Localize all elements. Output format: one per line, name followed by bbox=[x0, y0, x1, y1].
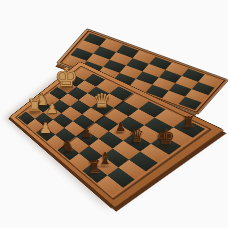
piece-white-rook-a2: ♜ bbox=[27, 97, 42, 114]
piece-white-pawn-b3: ♟ bbox=[46, 101, 58, 114]
piece-black-rook-h8: ♜ bbox=[182, 115, 195, 130]
piece-black-queen-g5: ♛ bbox=[129, 127, 144, 144]
piece-black-knight-e1: ♞ bbox=[61, 138, 74, 153]
piece-black-rook-g1: ♜ bbox=[87, 159, 101, 175]
piece-white-queen-d6: ♛ bbox=[93, 91, 110, 110]
piece-black-pawn-e3: ♟ bbox=[81, 126, 93, 139]
piece-black-king-h6: ♚ bbox=[156, 126, 175, 147]
piece-white-pawn-c1: ♟ bbox=[39, 121, 52, 135]
piece-white-king-a6: ♚ bbox=[55, 64, 78, 90]
piece-black-pawn-f5: ♟ bbox=[115, 121, 126, 133]
chess-set-product-photo: ♜♞♚♟♟♛♟♞♜♝♟♛♚♜ bbox=[0, 0, 228, 228]
